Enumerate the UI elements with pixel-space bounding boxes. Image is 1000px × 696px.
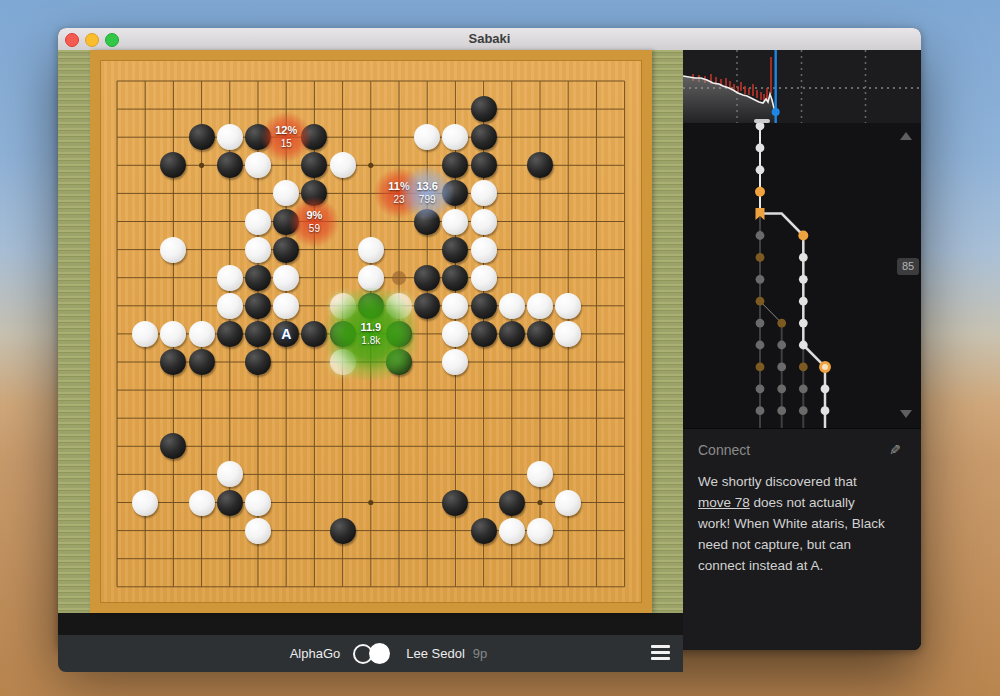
tree-node-orange <box>755 187 765 197</box>
stone-white[interactable] <box>471 180 497 206</box>
tree-node-orange-ring <box>821 362 830 371</box>
stone-white[interactable] <box>189 490 215 516</box>
tree-node-brown <box>756 297 765 306</box>
tree-node-white <box>799 253 808 262</box>
stone-white[interactable] <box>132 490 158 516</box>
tree-node-white <box>756 144 765 153</box>
analysis-label: 12%15 <box>275 124 297 150</box>
stone-white[interactable] <box>160 237 186 263</box>
stone-white[interactable] <box>217 461 243 487</box>
stone-white[interactable] <box>555 321 581 347</box>
comment-title: Connect <box>698 442 750 458</box>
tree-node-brown <box>799 363 808 372</box>
comment-text: We shortly discovered that move 78 does … <box>698 471 908 576</box>
tree-node-white <box>756 165 765 174</box>
tree-node-brown <box>777 319 786 328</box>
titlebar[interactable]: Sabaki <box>58 28 921 51</box>
stone-white[interactable] <box>217 265 243 291</box>
stone-white[interactable] <box>471 265 497 291</box>
player-bar: AlphaGo Lee Sedol 9p <box>58 635 683 672</box>
stone-black[interactable] <box>245 293 271 319</box>
tree-node-gray <box>756 275 765 284</box>
scroll-down-icon[interactable] <box>900 410 912 418</box>
stone-white[interactable] <box>189 321 215 347</box>
stone-white[interactable] <box>527 518 553 544</box>
stone-black[interactable] <box>499 321 525 347</box>
stone-white[interactable] <box>245 518 271 544</box>
stone-black[interactable] <box>471 293 497 319</box>
stone-white[interactable] <box>442 293 468 319</box>
label-A: A <box>273 321 299 347</box>
hamburger-menu-icon[interactable] <box>651 643 670 663</box>
move-78-link[interactable]: move 78 <box>698 495 750 510</box>
stone-white[interactable] <box>273 265 299 291</box>
stone-white[interactable] <box>555 293 581 319</box>
analysis-label: 9%59 <box>306 209 322 235</box>
tree-node-white <box>799 275 808 284</box>
stone-white[interactable] <box>471 209 497 235</box>
stone-black[interactable] <box>527 321 553 347</box>
scroll-up-icon[interactable] <box>900 132 912 140</box>
tree-node-gray <box>756 319 765 328</box>
stone-white[interactable] <box>132 321 158 347</box>
stone-white[interactable] <box>499 518 525 544</box>
tree-node-white <box>756 123 765 130</box>
stone-black[interactable] <box>414 293 440 319</box>
player-color-toggle[interactable] <box>353 643 391 665</box>
winrate-graph[interactable] <box>683 50 921 123</box>
stone-white[interactable] <box>217 293 243 319</box>
game-tree[interactable]: 85 <box>683 123 921 428</box>
comment-panel: Connect ✎ We shortly discovered that mov… <box>683 428 921 650</box>
stone-black[interactable] <box>245 265 271 291</box>
tree-node-gray <box>777 341 786 350</box>
stone-white[interactable] <box>471 237 497 263</box>
tree-node-white <box>799 297 808 306</box>
white-stone-icon <box>369 643 390 664</box>
sabaki-window: Sabaki 12%1511%2313.67999%5911.91.8kA Al… <box>58 28 921 650</box>
last-move-ghost-dot <box>392 271 406 285</box>
analysis-label: 11.91.8k <box>360 321 381 347</box>
stone-black[interactable] <box>499 490 525 516</box>
stone-black[interactable] <box>471 321 497 347</box>
tree-node-gray <box>777 363 786 372</box>
stone-black[interactable] <box>442 265 468 291</box>
stone-black[interactable] <box>217 152 243 178</box>
stone-white[interactable] <box>499 293 525 319</box>
tree-node-white <box>799 341 808 350</box>
stone-black[interactable] <box>217 490 243 516</box>
stone-black[interactable] <box>471 152 497 178</box>
stone-black[interactable] <box>217 321 243 347</box>
tree-node-gray <box>777 406 786 415</box>
stone-white[interactable] <box>245 237 271 263</box>
board-background-tatami: 12%1511%2313.67999%5911.91.8kA AlphaGo L… <box>58 50 683 613</box>
tree-node-white <box>799 319 808 328</box>
tree-node-brown <box>756 363 765 372</box>
edit-pencil-icon[interactable]: ✎ <box>889 442 901 458</box>
tree-node-gray <box>756 341 765 350</box>
stone-black[interactable] <box>442 490 468 516</box>
analysis-label: 13.6799 <box>416 180 437 206</box>
black-player-name: AlphaGo <box>290 646 341 661</box>
stone-white[interactable] <box>245 209 271 235</box>
stone-black[interactable] <box>471 518 497 544</box>
stone-black[interactable] <box>442 237 468 263</box>
stone-black[interactable] <box>245 349 271 375</box>
stone-white[interactable] <box>358 237 384 263</box>
tree-node-gray <box>799 406 808 415</box>
white-player-rank: 9p <box>473 646 487 661</box>
stone-black[interactable] <box>471 96 497 122</box>
tree-node-orange <box>798 231 808 241</box>
tree-node-gray <box>777 384 786 393</box>
tree-node-gray <box>756 384 765 393</box>
stone-white[interactable] <box>330 152 356 178</box>
stone-black[interactable] <box>245 321 271 347</box>
stone-white[interactable] <box>358 265 384 291</box>
stone-black[interactable] <box>330 518 356 544</box>
stone-white[interactable] <box>527 293 553 319</box>
sidebar: 85 Connect ✎ We shortly discovered that … <box>683 50 921 650</box>
go-board[interactable]: 12%1511%2313.67999%5911.91.8kA <box>90 50 652 613</box>
stone-black[interactable] <box>414 265 440 291</box>
white-player-name: Lee Sedol <box>406 646 465 661</box>
stone-white[interactable] <box>555 490 581 516</box>
move-number-badge: 85 <box>897 258 919 275</box>
stone-white[interactable] <box>245 490 271 516</box>
stone-black[interactable] <box>189 349 215 375</box>
tree-node-gray <box>756 406 765 415</box>
tree-node-gray <box>799 384 808 393</box>
tree-node-white <box>821 406 830 415</box>
stone-white[interactable] <box>273 293 299 319</box>
stone-white[interactable] <box>217 124 243 150</box>
tree-node-gray <box>756 231 765 240</box>
tree-node-brown <box>756 253 765 262</box>
desktop: Sabaki 12%1511%2313.67999%5911.91.8kA Al… <box>0 0 1000 696</box>
tree-node-white <box>821 384 830 393</box>
stone-black[interactable] <box>471 124 497 150</box>
stone-black[interactable] <box>189 124 215 150</box>
window-title: Sabaki <box>58 31 921 46</box>
